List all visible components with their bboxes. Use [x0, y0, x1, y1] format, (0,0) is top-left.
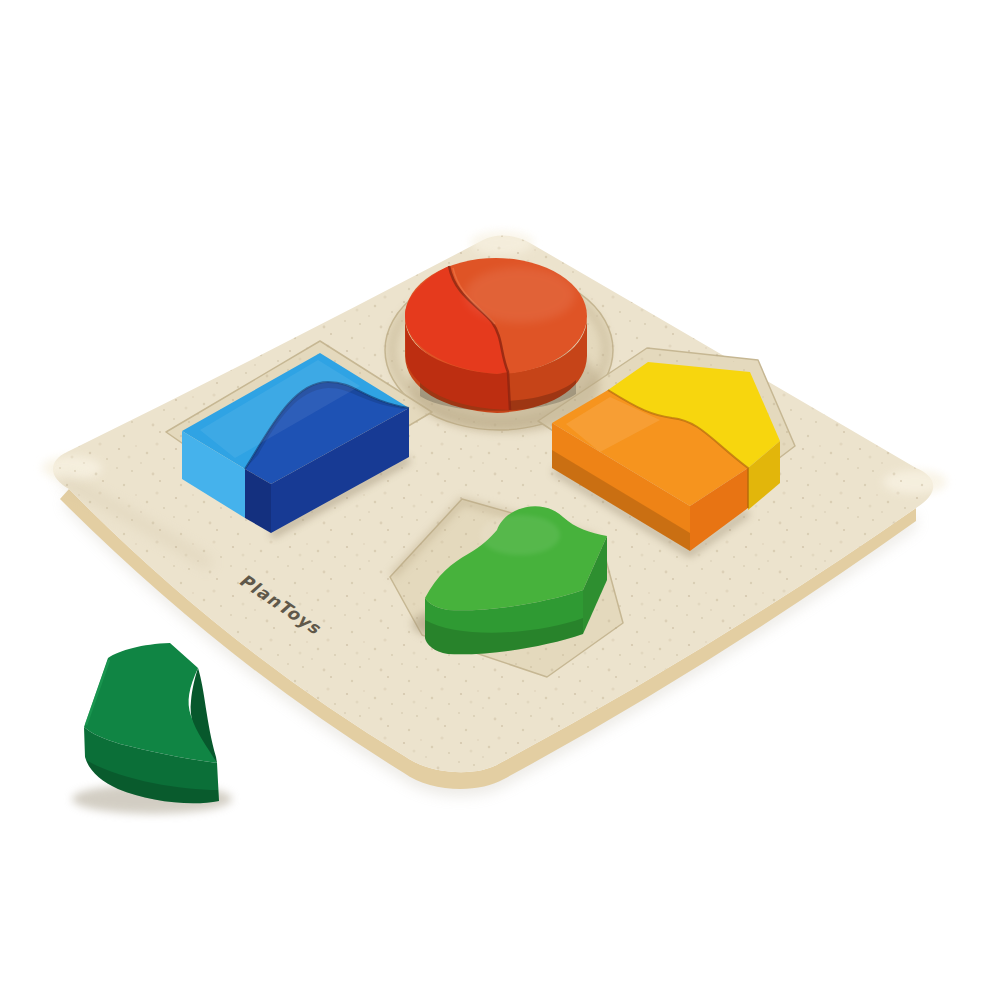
circle-top-sheen — [465, 267, 575, 323]
product-photo-stage: PlanToys — [0, 0, 1000, 1000]
puzzle-scene: PlanToys — [0, 0, 1000, 1000]
green-top-sheen — [480, 515, 560, 555]
dark-green-piece — [72, 643, 232, 814]
circle-piece — [405, 258, 600, 433]
